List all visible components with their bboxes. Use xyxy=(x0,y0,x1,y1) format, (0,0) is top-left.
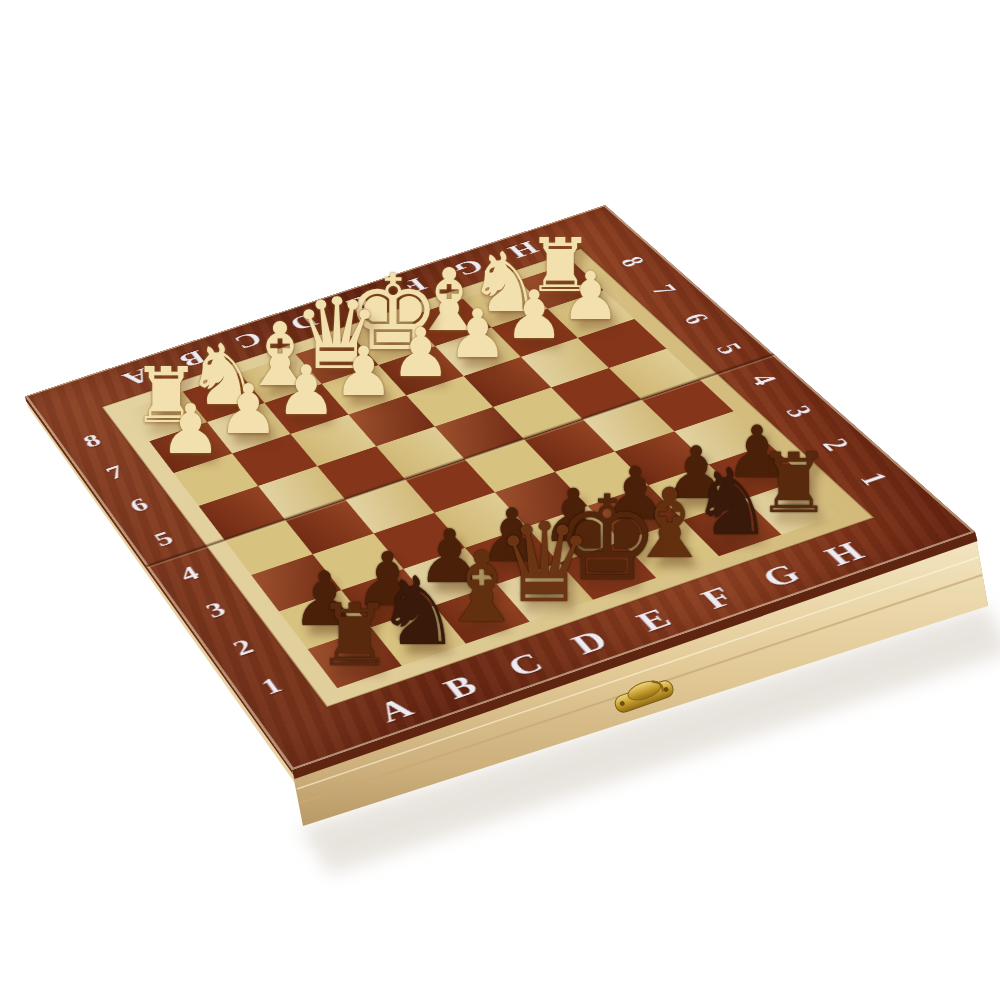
rank-label-right-8: 8 xyxy=(615,254,650,270)
product-photo: AABBCCDDEEFFGGHH8877665544332211 ♜♞♝♛♚♝♞… xyxy=(0,0,1000,1000)
file-label-far-a: A xyxy=(118,365,154,389)
file-label-near-c: C xyxy=(501,648,548,681)
rank-label-left-3: 3 xyxy=(202,598,230,621)
rank-label-left-1: 1 xyxy=(257,674,287,699)
rank-label-right-7: 7 xyxy=(646,282,681,298)
rank-label-right-1: 1 xyxy=(853,469,893,488)
file-label-far-e: E xyxy=(341,293,377,316)
file-label-near-f: F xyxy=(695,583,739,613)
file-label-far-d: D xyxy=(285,310,322,334)
file-label-far-f: F xyxy=(397,275,431,297)
file-label-near-h: H xyxy=(818,538,870,570)
rank-label-right-4: 4 xyxy=(744,371,781,388)
rank-label-right-2: 2 xyxy=(816,435,855,453)
file-label-far-h: H xyxy=(503,238,543,261)
file-label-near-a: A xyxy=(372,693,418,726)
rank-label-right-5: 5 xyxy=(710,340,747,357)
file-label-near-e: E xyxy=(631,604,677,635)
rank-label-left-8: 8 xyxy=(79,431,104,451)
rank-label-left-5: 5 xyxy=(150,528,177,550)
rank-label-left-6: 6 xyxy=(126,495,152,516)
file-label-far-b: B xyxy=(175,347,210,370)
rank-label-left-4: 4 xyxy=(175,563,203,586)
rank-label-right-3: 3 xyxy=(779,402,817,420)
rank-label-left-7: 7 xyxy=(102,462,128,483)
file-label-near-g: G xyxy=(755,560,806,592)
file-label-near-d: D xyxy=(566,626,614,658)
file-label-far-g: G xyxy=(449,256,489,279)
rank-label-left-2: 2 xyxy=(229,635,258,659)
file-label-near-b: B xyxy=(438,671,483,703)
rank-label-right-6: 6 xyxy=(677,310,713,327)
file-label-far-c: C xyxy=(230,329,267,353)
